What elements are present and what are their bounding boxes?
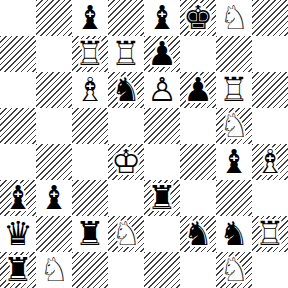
square-g2[interactable]: ♞♞ (216, 216, 252, 252)
square-b1[interactable]: ♞♘ (36, 252, 72, 288)
square-d6[interactable]: ♞♞ (108, 72, 144, 108)
square-f2[interactable]: ♞♞ (180, 216, 216, 252)
piece-glyph: ♞ (180, 216, 216, 252)
piece-bP-e7: ♟♟ (144, 36, 180, 72)
square-a8[interactable] (0, 0, 36, 36)
piece-bR-e3: ♜♜ (144, 180, 180, 216)
piece-bB-e8: ♝♝ (144, 0, 180, 36)
square-b3[interactable]: ♝♝ (36, 180, 72, 216)
piece-glyph: ♟ (144, 36, 180, 72)
piece-wN-g8: ♞♘ (216, 0, 252, 36)
piece-glyph: ♜ (72, 216, 108, 252)
square-e1[interactable] (144, 252, 180, 288)
piece-bN-d6: ♞♞ (108, 72, 144, 108)
square-a5[interactable] (0, 108, 36, 144)
square-f7[interactable] (180, 36, 216, 72)
square-b5[interactable] (36, 108, 72, 144)
square-e7[interactable]: ♟♟ (144, 36, 180, 72)
square-h5[interactable] (252, 108, 288, 144)
square-c7[interactable]: ♜♖ (72, 36, 108, 72)
piece-bN-g2: ♞♞ (216, 216, 252, 252)
square-c4[interactable] (72, 144, 108, 180)
square-b6[interactable] (36, 72, 72, 108)
piece-bB-c8: ♝♝ (72, 0, 108, 36)
square-e3[interactable]: ♜♜ (144, 180, 180, 216)
piece-glyph: ♘ (216, 0, 252, 36)
piece-glyph: ♘ (216, 252, 252, 288)
piece-bR-c2: ♜♜ (72, 216, 108, 252)
square-g6[interactable]: ♜♖ (216, 72, 252, 108)
square-a2[interactable]: ♛♛ (0, 216, 36, 252)
square-d1[interactable] (108, 252, 144, 288)
square-b8[interactable] (36, 0, 72, 36)
piece-bB-g4: ♝♝ (216, 144, 252, 180)
square-h8[interactable] (252, 0, 288, 36)
square-a1[interactable]: ♜♜ (0, 252, 36, 288)
piece-glyph: ♖ (108, 36, 144, 72)
square-c1[interactable] (72, 252, 108, 288)
piece-wK-d4: ♚♔ (108, 144, 144, 180)
square-a3[interactable]: ♝♝ (0, 180, 36, 216)
piece-glyph: ♟ (180, 72, 216, 108)
square-d2[interactable]: ♞♘ (108, 216, 144, 252)
square-c2[interactable]: ♜♜ (72, 216, 108, 252)
square-e4[interactable] (144, 144, 180, 180)
piece-wR-h2: ♜♖ (252, 216, 288, 252)
square-a6[interactable] (0, 72, 36, 108)
square-d5[interactable] (108, 108, 144, 144)
square-c8[interactable]: ♝♝ (72, 0, 108, 36)
square-a4[interactable] (0, 144, 36, 180)
square-e8[interactable]: ♝♝ (144, 0, 180, 36)
piece-glyph: ♗ (72, 72, 108, 108)
piece-glyph: ♚ (180, 0, 216, 36)
piece-glyph: ♗ (252, 144, 288, 180)
piece-wN-b1: ♞♘ (36, 252, 72, 288)
piece-wB-h4: ♝♗ (252, 144, 288, 180)
square-g3[interactable] (216, 180, 252, 216)
piece-glyph: ♙ (144, 72, 180, 108)
piece-wN-g1: ♞♘ (216, 252, 252, 288)
square-f8[interactable]: ♚♚ (180, 0, 216, 36)
square-g1[interactable]: ♞♘ (216, 252, 252, 288)
square-c6[interactable]: ♝♗ (72, 72, 108, 108)
square-g7[interactable] (216, 36, 252, 72)
square-e5[interactable] (144, 108, 180, 144)
square-h2[interactable]: ♜♖ (252, 216, 288, 252)
piece-bQ-a2: ♛♛ (0, 216, 36, 252)
square-e2[interactable] (144, 216, 180, 252)
piece-glyph: ♜ (0, 252, 36, 288)
square-g8[interactable]: ♞♘ (216, 0, 252, 36)
piece-glyph: ♝ (144, 0, 180, 36)
piece-bR-a1: ♜♜ (0, 252, 36, 288)
piece-wB-c6: ♝♗ (72, 72, 108, 108)
piece-wN-g5: ♞♘ (216, 108, 252, 144)
square-f3[interactable] (180, 180, 216, 216)
piece-glyph: ♖ (72, 36, 108, 72)
chess-board: ♝♝♝♝♚♚♞♘♜♖♜♖♟♟♝♗♞♞♟♙♟♟♜♖♞♘♚♔♝♝♝♗♝♝♝♝♜♜♛♛… (0, 0, 288, 288)
piece-glyph: ♛ (0, 216, 36, 252)
square-g4[interactable]: ♝♝ (216, 144, 252, 180)
square-d8[interactable] (108, 0, 144, 36)
piece-glyph: ♔ (108, 144, 144, 180)
square-f4[interactable] (180, 144, 216, 180)
square-e6[interactable]: ♟♙ (144, 72, 180, 108)
piece-glyph: ♝ (216, 144, 252, 180)
piece-glyph: ♘ (108, 216, 144, 252)
square-f1[interactable] (180, 252, 216, 288)
piece-bB-a3: ♝♝ (0, 180, 36, 216)
square-f5[interactable] (180, 108, 216, 144)
square-d4[interactable]: ♚♔ (108, 144, 144, 180)
piece-wR-g6: ♜♖ (216, 72, 252, 108)
square-b4[interactable] (36, 144, 72, 180)
piece-glyph: ♖ (216, 72, 252, 108)
piece-wR-c7: ♜♖ (72, 36, 108, 72)
piece-wN-d2: ♞♘ (108, 216, 144, 252)
piece-glyph: ♝ (0, 180, 36, 216)
square-h6[interactable] (252, 72, 288, 108)
piece-bN-f2: ♞♞ (180, 216, 216, 252)
square-g5[interactable]: ♞♘ (216, 108, 252, 144)
square-c5[interactable] (72, 108, 108, 144)
piece-glyph: ♘ (216, 108, 252, 144)
square-b2[interactable] (36, 216, 72, 252)
piece-glyph: ♜ (144, 180, 180, 216)
square-h3[interactable] (252, 180, 288, 216)
piece-bB-b3: ♝♝ (36, 180, 72, 216)
piece-bP-f6: ♟♟ (180, 72, 216, 108)
square-f6[interactable]: ♟♟ (180, 72, 216, 108)
square-h7[interactable] (252, 36, 288, 72)
square-d3[interactable] (108, 180, 144, 216)
piece-glyph: ♝ (36, 180, 72, 216)
square-h4[interactable]: ♝♗ (252, 144, 288, 180)
piece-wP-e6: ♟♙ (144, 72, 180, 108)
square-c3[interactable] (72, 180, 108, 216)
square-a7[interactable] (0, 36, 36, 72)
square-b7[interactable] (36, 36, 72, 72)
piece-glyph: ♘ (36, 252, 72, 288)
piece-glyph: ♞ (216, 216, 252, 252)
piece-glyph: ♝ (72, 0, 108, 36)
square-d7[interactable]: ♜♖ (108, 36, 144, 72)
piece-wR-d7: ♜♖ (108, 36, 144, 72)
square-h1[interactable] (252, 252, 288, 288)
piece-glyph: ♖ (252, 216, 288, 252)
piece-glyph: ♞ (108, 72, 144, 108)
piece-bK-f8: ♚♚ (180, 0, 216, 36)
